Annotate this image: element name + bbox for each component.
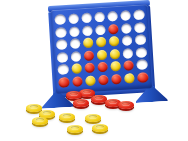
cell-c3r5: [83, 61, 97, 74]
cell-c2r2: [67, 25, 81, 38]
connect-four-product-photo: [0, 0, 188, 141]
cell-c4r5: [96, 61, 110, 74]
red-checker: [59, 77, 70, 88]
yellow-checker: [96, 49, 107, 60]
empty-hole: [107, 11, 118, 22]
cell-c7r2: [133, 21, 147, 34]
cell-c1r4: [56, 51, 70, 64]
empty-hole: [69, 26, 80, 37]
empty-hole: [133, 9, 144, 20]
cell-c6r3: [120, 34, 134, 47]
cell-c3r6: [83, 74, 97, 87]
empty-hole: [123, 48, 134, 59]
cell-c2r1: [66, 12, 80, 25]
cell-c4r1: [93, 11, 107, 24]
cell-c6r5: [122, 59, 136, 72]
empty-hole: [95, 24, 106, 35]
cell-c7r1: [132, 8, 146, 21]
empty-hole: [68, 13, 79, 24]
yellow-checker: [85, 75, 96, 86]
cell-c1r1: [53, 13, 67, 26]
cell-c7r5: [135, 58, 149, 71]
red-checker: [137, 72, 148, 83]
loose-disc-yellow: [59, 113, 75, 121]
cell-c5r1: [106, 10, 120, 23]
yellow-checker: [71, 63, 82, 74]
cell-c4r6: [97, 73, 111, 86]
red-checker: [83, 50, 94, 61]
cell-c4r4: [95, 48, 109, 61]
empty-hole: [121, 23, 132, 34]
empty-hole: [56, 27, 67, 38]
cell-c5r4: [108, 47, 122, 60]
yellow-checker: [96, 37, 107, 48]
red-checker: [111, 73, 122, 84]
cell-c6r2: [120, 22, 134, 35]
cell-c7r6: [136, 71, 150, 84]
cell-c6r4: [121, 47, 135, 60]
red-checker: [123, 60, 134, 71]
red-checker: [108, 23, 119, 34]
cell-c3r1: [80, 11, 94, 24]
empty-hole: [122, 35, 133, 46]
empty-hole: [135, 34, 146, 45]
empty-hole: [94, 12, 105, 23]
empty-hole: [57, 52, 68, 63]
loose-disc-yellow: [85, 114, 101, 122]
yellow-checker: [110, 61, 121, 72]
cell-c6r6: [123, 71, 137, 84]
red-checker: [72, 76, 83, 87]
loose-disc-yellow: [32, 117, 48, 125]
yellow-checker: [110, 48, 121, 59]
red-checker: [97, 62, 108, 73]
empty-hole: [58, 64, 69, 75]
empty-hole: [82, 25, 93, 36]
cell-c1r2: [54, 26, 68, 39]
loose-disc-yellow: [92, 124, 108, 132]
cell-c6r1: [119, 9, 133, 22]
yellow-checker: [83, 38, 94, 49]
empty-hole: [55, 14, 66, 25]
cell-c7r3: [134, 33, 148, 46]
loose-disc-red: [73, 99, 89, 107]
cell-c5r2: [107, 22, 121, 35]
board-grid: [53, 8, 149, 88]
red-checker: [84, 63, 95, 74]
cell-c3r2: [80, 24, 94, 37]
empty-hole: [56, 39, 67, 50]
empty-hole: [70, 51, 81, 62]
cell-c7r4: [134, 46, 148, 59]
loose-disc-yellow: [67, 125, 83, 133]
empty-hole: [120, 10, 131, 21]
cell-c1r5: [56, 63, 70, 76]
connect-four-board: [51, 4, 152, 94]
empty-hole: [81, 13, 92, 24]
loose-disc-yellow: [26, 104, 42, 112]
cell-c5r6: [110, 72, 124, 85]
empty-hole: [134, 22, 145, 33]
cell-c2r3: [68, 37, 82, 50]
cell-c4r3: [94, 36, 108, 49]
cell-c1r3: [55, 38, 69, 51]
yellow-checker: [124, 73, 135, 84]
cell-c2r6: [70, 75, 84, 88]
loose-disc-red: [66, 91, 82, 99]
red-checker: [98, 74, 109, 85]
cell-c3r4: [82, 49, 96, 62]
yellow-checker: [109, 36, 120, 47]
cell-c4r2: [93, 23, 107, 36]
empty-hole: [137, 59, 148, 70]
loose-disc-red: [118, 101, 134, 109]
cell-c3r3: [81, 36, 95, 49]
cell-c1r6: [57, 75, 71, 88]
cell-c5r3: [107, 35, 121, 48]
cell-c2r4: [69, 50, 83, 63]
cell-c5r5: [109, 60, 123, 73]
cell-c2r5: [70, 62, 84, 75]
empty-hole: [136, 47, 147, 58]
empty-hole: [69, 38, 80, 49]
